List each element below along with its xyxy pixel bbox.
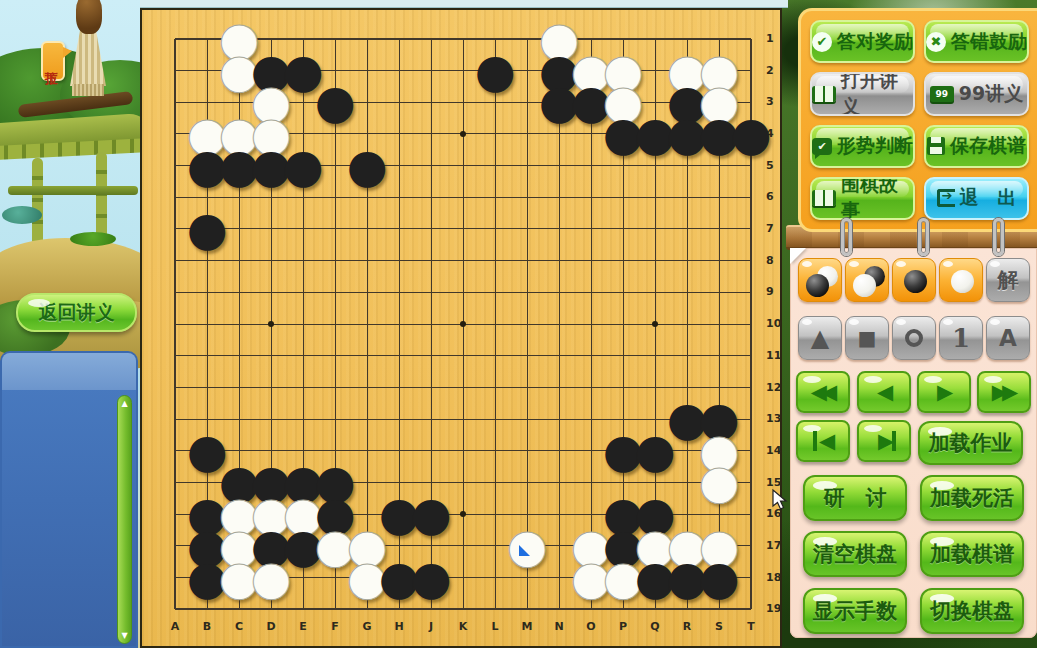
vertical-scrollbar[interactable]: ▲ ▼ bbox=[117, 395, 132, 644]
board-point[interactable] bbox=[543, 245, 575, 277]
board-point[interactable] bbox=[383, 435, 415, 467]
black-stone-icon bbox=[806, 274, 829, 297]
board-point[interactable] bbox=[639, 277, 671, 309]
black-stone: ● bbox=[735, 118, 767, 150]
star-point bbox=[268, 321, 274, 327]
board-point[interactable] bbox=[479, 372, 511, 404]
board-point[interactable] bbox=[191, 308, 223, 340]
board-point[interactable] bbox=[703, 245, 735, 277]
board-point[interactable] bbox=[319, 245, 351, 277]
board-point[interactable] bbox=[607, 372, 639, 404]
column-label: O bbox=[575, 620, 607, 633]
white-stone-icon bbox=[853, 274, 876, 297]
board-point[interactable] bbox=[511, 435, 543, 467]
position-judge-button[interactable]: ✔ 形势判断 bbox=[810, 125, 915, 168]
board-point[interactable] bbox=[703, 308, 735, 340]
board-point[interactable] bbox=[319, 308, 351, 340]
correct-reward-button[interactable]: ✔ 答对奖励 bbox=[810, 20, 915, 63]
last-move-icon bbox=[892, 431, 896, 451]
board-point[interactable] bbox=[575, 340, 607, 372]
board-point[interactable] bbox=[511, 213, 543, 245]
board-point[interactable] bbox=[415, 181, 447, 213]
button-label: 围棋故事 bbox=[841, 177, 913, 220]
board-point[interactable] bbox=[319, 277, 351, 309]
column-label: Q bbox=[639, 620, 671, 633]
column-label: K bbox=[447, 620, 479, 633]
board-point[interactable] bbox=[639, 213, 671, 245]
board-point[interactable]: ● bbox=[319, 86, 351, 118]
board-point[interactable]: ● bbox=[735, 118, 767, 150]
board-point[interactable] bbox=[511, 467, 543, 499]
bamboo-post bbox=[32, 158, 43, 250]
star-point bbox=[460, 511, 466, 517]
board-point[interactable] bbox=[671, 181, 703, 213]
first-move-icon bbox=[813, 431, 817, 451]
go-board: ●●●●●●●●●●●●●●●●●●●●●●●●●●●●●●●●●●●●●●●●… bbox=[140, 8, 782, 648]
column-label: B bbox=[191, 620, 223, 633]
research-button[interactable]: 研 讨 bbox=[803, 475, 907, 521]
circle-mark-icon bbox=[905, 329, 923, 347]
board-point[interactable] bbox=[543, 372, 575, 404]
board-point[interactable] bbox=[351, 403, 383, 435]
board-point[interactable] bbox=[511, 340, 543, 372]
board-point[interactable] bbox=[735, 245, 767, 277]
story-book-icon bbox=[812, 190, 836, 206]
board-point[interactable] bbox=[223, 340, 255, 372]
board-point[interactable]: ● bbox=[415, 498, 447, 530]
save-icon bbox=[927, 137, 945, 155]
row-label: 6 bbox=[766, 190, 790, 203]
board-point[interactable] bbox=[383, 55, 415, 87]
star-point bbox=[460, 321, 466, 327]
mark-square-button[interactable]: ■ bbox=[845, 316, 889, 360]
board-point[interactable] bbox=[607, 308, 639, 340]
switch-board-button[interactable]: 切换棋盘 bbox=[920, 588, 1024, 634]
board-point[interactable] bbox=[479, 340, 511, 372]
board-point[interactable] bbox=[383, 403, 415, 435]
black-stone: ● bbox=[415, 562, 447, 594]
scroll-down-icon[interactable]: ▼ bbox=[121, 631, 127, 640]
board-point[interactable] bbox=[319, 340, 351, 372]
board-point[interactable] bbox=[447, 308, 479, 340]
grass bbox=[70, 232, 116, 246]
column-label: E bbox=[287, 620, 319, 633]
board-point[interactable] bbox=[255, 245, 287, 277]
board-point[interactable] bbox=[415, 340, 447, 372]
board-point[interactable] bbox=[223, 372, 255, 404]
wrong-encourage-button[interactable]: ✖ 答错鼓励 bbox=[924, 20, 1029, 63]
column-label: G bbox=[351, 620, 383, 633]
board-point[interactable] bbox=[223, 277, 255, 309]
board-point[interactable] bbox=[639, 181, 671, 213]
button-label: 打开讲义 bbox=[841, 72, 913, 115]
board-point[interactable] bbox=[351, 340, 383, 372]
column-label: S bbox=[703, 620, 735, 633]
button-label: 形势判断 bbox=[837, 133, 913, 159]
board-point[interactable] bbox=[543, 150, 575, 182]
black-stone: ● bbox=[287, 150, 319, 182]
exit-button[interactable]: 退 出 bbox=[924, 177, 1029, 220]
board-point[interactable] bbox=[415, 403, 447, 435]
board-point[interactable] bbox=[415, 55, 447, 87]
load-life-death-button[interactable]: 加载死活 bbox=[920, 475, 1024, 521]
board-point[interactable] bbox=[671, 308, 703, 340]
mark-number-button[interactable]: 1 bbox=[939, 316, 983, 360]
bush bbox=[2, 206, 42, 224]
board-point[interactable] bbox=[383, 340, 415, 372]
button-label: 保存棋谱 bbox=[950, 133, 1026, 159]
board-point[interactable] bbox=[511, 372, 543, 404]
tassel-icon bbox=[70, 30, 106, 86]
board-point[interactable] bbox=[383, 277, 415, 309]
board-point[interactable] bbox=[543, 213, 575, 245]
board-point[interactable] bbox=[607, 213, 639, 245]
board-point[interactable] bbox=[223, 308, 255, 340]
mouse-cursor bbox=[772, 489, 788, 511]
place-black-button[interactable] bbox=[892, 258, 936, 302]
board-point[interactable] bbox=[319, 403, 351, 435]
board-point[interactable] bbox=[671, 277, 703, 309]
board-point[interactable] bbox=[159, 372, 191, 404]
board-point[interactable] bbox=[383, 23, 415, 55]
board-point[interactable] bbox=[511, 181, 543, 213]
board-point[interactable] bbox=[575, 181, 607, 213]
board-point[interactable] bbox=[287, 308, 319, 340]
book-99-icon: 99 bbox=[930, 86, 954, 102]
board-point[interactable] bbox=[447, 181, 479, 213]
board-point[interactable] bbox=[351, 213, 383, 245]
lecture-99-button[interactable]: 99 99讲义 bbox=[924, 72, 1029, 115]
top-strip bbox=[140, 0, 788, 8]
board-point[interactable] bbox=[415, 150, 447, 182]
lecture-list-panel: ▲ ▼ bbox=[0, 351, 138, 648]
row-label: 10 bbox=[766, 317, 790, 330]
board-point[interactable] bbox=[639, 245, 671, 277]
row-label: 1 bbox=[766, 32, 790, 45]
button-label: 99讲义 bbox=[959, 81, 1023, 107]
rewind-button[interactable]: ◀◀ bbox=[796, 371, 850, 413]
board-point[interactable]: ● bbox=[287, 150, 319, 182]
board-point[interactable] bbox=[383, 213, 415, 245]
board-point[interactable]: ● bbox=[703, 562, 735, 594]
board-point[interactable] bbox=[447, 340, 479, 372]
save-kifu-button[interactable]: 保存棋谱 bbox=[924, 125, 1029, 168]
board-point[interactable]: ● bbox=[639, 435, 671, 467]
board-point[interactable] bbox=[671, 340, 703, 372]
board-point[interactable] bbox=[159, 55, 191, 87]
left-scene: 下拉 返回讲义 ▲ ▼ bbox=[0, 0, 145, 648]
tassel-knot-icon bbox=[76, 0, 102, 34]
black-stone: ● bbox=[319, 86, 351, 118]
board-point[interactable] bbox=[447, 277, 479, 309]
board-point[interactable] bbox=[447, 150, 479, 182]
board-point[interactable] bbox=[735, 340, 767, 372]
solve-button[interactable]: 解 bbox=[986, 258, 1030, 302]
board-point[interactable] bbox=[607, 277, 639, 309]
board-point[interactable] bbox=[575, 308, 607, 340]
first-move-button[interactable]: ◀ bbox=[796, 420, 850, 462]
board-point[interactable] bbox=[607, 245, 639, 277]
board-point[interactable] bbox=[415, 245, 447, 277]
board-point[interactable] bbox=[543, 435, 575, 467]
board-point[interactable] bbox=[255, 340, 287, 372]
board-point[interactable] bbox=[479, 213, 511, 245]
board-point[interactable] bbox=[543, 181, 575, 213]
board-point[interactable] bbox=[415, 277, 447, 309]
board-point[interactable] bbox=[511, 245, 543, 277]
alternate-black-first-button[interactable] bbox=[798, 258, 842, 302]
board-point[interactable] bbox=[703, 277, 735, 309]
board-point[interactable] bbox=[351, 308, 383, 340]
board-point[interactable] bbox=[575, 372, 607, 404]
mark-triangle-button[interactable]: ▲ bbox=[798, 316, 842, 360]
row-label: 14 bbox=[766, 444, 790, 457]
board-point[interactable] bbox=[671, 245, 703, 277]
board-point[interactable] bbox=[447, 118, 479, 150]
lecture-list-header bbox=[2, 353, 136, 390]
board-point[interactable] bbox=[511, 403, 543, 435]
board-point[interactable] bbox=[479, 435, 511, 467]
board-point[interactable] bbox=[479, 118, 511, 150]
tassel-icon bbox=[72, 84, 104, 96]
board-point[interactable] bbox=[287, 213, 319, 245]
board-point[interactable] bbox=[159, 340, 191, 372]
row-label: 8 bbox=[766, 254, 790, 267]
board-point[interactable] bbox=[383, 245, 415, 277]
board-point[interactable] bbox=[671, 213, 703, 245]
board-point[interactable] bbox=[159, 277, 191, 309]
board-point[interactable] bbox=[447, 435, 479, 467]
column-label: F bbox=[319, 620, 351, 633]
board-point[interactable] bbox=[479, 403, 511, 435]
binder-ring-icon bbox=[993, 218, 1004, 256]
load-homework-button[interactable]: 加载作业 bbox=[918, 421, 1023, 465]
board-point[interactable]: ● bbox=[511, 530, 543, 562]
column-label: M bbox=[511, 620, 543, 633]
black-stone-icon bbox=[904, 270, 927, 293]
solve-label: 解 bbox=[998, 266, 1019, 294]
row-label: 9 bbox=[766, 285, 790, 298]
board-point[interactable] bbox=[479, 467, 511, 499]
board-point[interactable] bbox=[511, 150, 543, 182]
column-label: P bbox=[607, 620, 639, 633]
letter-mark-icon: A bbox=[999, 325, 1017, 351]
column-label: N bbox=[543, 620, 575, 633]
board-point[interactable] bbox=[479, 308, 511, 340]
board-point[interactable] bbox=[735, 308, 767, 340]
column-label: C bbox=[223, 620, 255, 633]
board-point[interactable]: ● bbox=[703, 467, 735, 499]
alternate-white-first-button[interactable] bbox=[845, 258, 889, 302]
board-point[interactable] bbox=[383, 372, 415, 404]
board-point[interactable] bbox=[607, 181, 639, 213]
board-point[interactable] bbox=[447, 245, 479, 277]
board-point[interactable]: ● bbox=[191, 213, 223, 245]
pull-down-tab[interactable]: 下拉 bbox=[41, 41, 65, 81]
bamboo-beam bbox=[8, 186, 138, 195]
place-white-button[interactable] bbox=[939, 258, 983, 302]
board-point[interactable]: ● bbox=[415, 562, 447, 594]
last-move-button[interactable]: ▶ bbox=[857, 420, 911, 462]
row-label: 13 bbox=[766, 412, 790, 425]
board-point[interactable] bbox=[543, 308, 575, 340]
board-point[interactable] bbox=[287, 277, 319, 309]
board-point[interactable] bbox=[735, 277, 767, 309]
board-point[interactable] bbox=[287, 340, 319, 372]
board-point[interactable] bbox=[415, 118, 447, 150]
button-label: 答错鼓励 bbox=[951, 29, 1027, 55]
column-label: L bbox=[479, 620, 511, 633]
board-point[interactable] bbox=[447, 213, 479, 245]
board-point[interactable] bbox=[255, 277, 287, 309]
board-point[interactable] bbox=[319, 213, 351, 245]
column-label: R bbox=[671, 620, 703, 633]
board-point[interactable] bbox=[191, 372, 223, 404]
board-point[interactable] bbox=[351, 372, 383, 404]
board-point[interactable] bbox=[191, 277, 223, 309]
row-label: 2 bbox=[766, 64, 790, 77]
return-to-lecture-button[interactable]: 返回讲义 bbox=[16, 293, 137, 332]
app-window: 下拉 返回讲义 ▲ ▼ ●●●●●●●●●●●●●●●●●●●●●●●●●●●●… bbox=[0, 0, 1037, 648]
board-point[interactable] bbox=[543, 277, 575, 309]
board-point[interactable]: ● bbox=[479, 55, 511, 87]
column-label: T bbox=[735, 620, 767, 633]
board-point[interactable] bbox=[287, 372, 319, 404]
black-stone: ● bbox=[415, 498, 447, 530]
forward-button[interactable]: ▶ bbox=[917, 371, 971, 413]
board-point[interactable]: ● bbox=[351, 150, 383, 182]
board-point[interactable] bbox=[159, 23, 191, 55]
board-point[interactable] bbox=[415, 86, 447, 118]
board-point[interactable] bbox=[255, 403, 287, 435]
clear-board-button[interactable]: 清空棋盘 bbox=[803, 531, 907, 577]
board-point[interactable] bbox=[543, 403, 575, 435]
board-point[interactable] bbox=[607, 340, 639, 372]
row-label: 17 bbox=[766, 539, 790, 552]
board-point[interactable] bbox=[415, 213, 447, 245]
lesson-button-panel: ✔ 答对奖励 ✖ 答错鼓励 打开讲义 99 99讲义 ✔ 形势判断 保存棋谱 围… bbox=[798, 8, 1037, 232]
white-stone: ● bbox=[255, 562, 287, 594]
binder-ring-icon bbox=[918, 218, 929, 256]
black-stone: ● bbox=[703, 562, 735, 594]
black-stone: ● bbox=[351, 150, 383, 182]
row-label: 11 bbox=[766, 349, 790, 362]
column-label: A bbox=[159, 620, 191, 633]
board-point[interactable] bbox=[255, 213, 287, 245]
board-point[interactable] bbox=[255, 372, 287, 404]
board-point[interactable] bbox=[511, 308, 543, 340]
board-point[interactable] bbox=[703, 213, 735, 245]
show-move-numbers-button[interactable]: 显示手数 bbox=[803, 588, 907, 634]
x-circle-icon: ✖ bbox=[926, 32, 946, 52]
star-point bbox=[652, 321, 658, 327]
board-point[interactable] bbox=[543, 340, 575, 372]
black-stone: ● bbox=[191, 213, 223, 245]
back-button[interactable]: ◀ bbox=[857, 371, 911, 413]
row-label: 19 bbox=[766, 602, 790, 615]
mark-letter-button[interactable]: A bbox=[986, 316, 1030, 360]
white-stone-icon bbox=[951, 270, 974, 293]
board-point[interactable] bbox=[511, 277, 543, 309]
fast-forward-button[interactable]: ▶▶ bbox=[977, 371, 1031, 413]
load-kifu-button[interactable]: 加载棋谱 bbox=[920, 531, 1024, 577]
row-label: 18 bbox=[766, 571, 790, 584]
board-point[interactable] bbox=[479, 277, 511, 309]
board-point[interactable] bbox=[575, 245, 607, 277]
board-point[interactable] bbox=[543, 467, 575, 499]
board-point[interactable] bbox=[415, 308, 447, 340]
go-story-button[interactable]: 围棋故事 bbox=[810, 177, 915, 220]
position-judge-icon: ✔ bbox=[812, 138, 832, 155]
board-point[interactable] bbox=[415, 435, 447, 467]
open-book-icon bbox=[812, 86, 836, 102]
board-point[interactable] bbox=[575, 277, 607, 309]
board-point[interactable] bbox=[287, 403, 319, 435]
open-lecture-button[interactable]: 打开讲义 bbox=[810, 72, 915, 115]
board-point[interactable] bbox=[415, 372, 447, 404]
last-move-marker bbox=[519, 545, 530, 556]
board-point[interactable] bbox=[383, 86, 415, 118]
exit-icon bbox=[937, 189, 955, 207]
board-point[interactable] bbox=[479, 181, 511, 213]
board-point[interactable] bbox=[735, 181, 767, 213]
check-circle-icon: ✔ bbox=[812, 32, 832, 52]
column-label: J bbox=[415, 620, 447, 633]
binder-ring-icon bbox=[841, 218, 852, 256]
button-label: 退 出 bbox=[960, 185, 1017, 211]
board-point[interactable] bbox=[447, 403, 479, 435]
board-point[interactable] bbox=[703, 340, 735, 372]
column-label: H bbox=[383, 620, 415, 633]
board-point[interactable] bbox=[575, 213, 607, 245]
column-label: D bbox=[255, 620, 287, 633]
white-stone: ● bbox=[703, 467, 735, 499]
board-point[interactable] bbox=[351, 245, 383, 277]
board-point[interactable] bbox=[351, 23, 383, 55]
row-label: 15 bbox=[766, 476, 790, 489]
board-point[interactable] bbox=[255, 308, 287, 340]
board-point[interactable] bbox=[383, 308, 415, 340]
mark-circle-button[interactable] bbox=[892, 316, 936, 360]
board-point[interactable] bbox=[479, 150, 511, 182]
star-point bbox=[460, 131, 466, 137]
board-point[interactable] bbox=[319, 372, 351, 404]
board-point[interactable] bbox=[639, 340, 671, 372]
board-point[interactable] bbox=[415, 23, 447, 55]
row-label: 12 bbox=[766, 381, 790, 394]
board-point[interactable] bbox=[639, 308, 671, 340]
go-grid: ●●●●●●●●●●●●●●●●●●●●●●●●●●●●●●●●●●●●●●●●… bbox=[159, 23, 767, 625]
board-point[interactable] bbox=[735, 213, 767, 245]
board-point[interactable] bbox=[447, 372, 479, 404]
number-mark-icon: 1 bbox=[952, 323, 970, 353]
board-point[interactable] bbox=[351, 277, 383, 309]
black-stone: ● bbox=[479, 55, 511, 87]
board-point[interactable] bbox=[191, 340, 223, 372]
scroll-up-icon[interactable]: ▲ bbox=[121, 399, 127, 408]
button-label: 答对奖励 bbox=[837, 29, 913, 55]
board-point[interactable] bbox=[703, 181, 735, 213]
board-point[interactable] bbox=[479, 245, 511, 277]
board-point[interactable] bbox=[159, 308, 191, 340]
black-stone: ● bbox=[639, 435, 671, 467]
board-point[interactable]: ● bbox=[255, 562, 287, 594]
board-point[interactable] bbox=[287, 245, 319, 277]
